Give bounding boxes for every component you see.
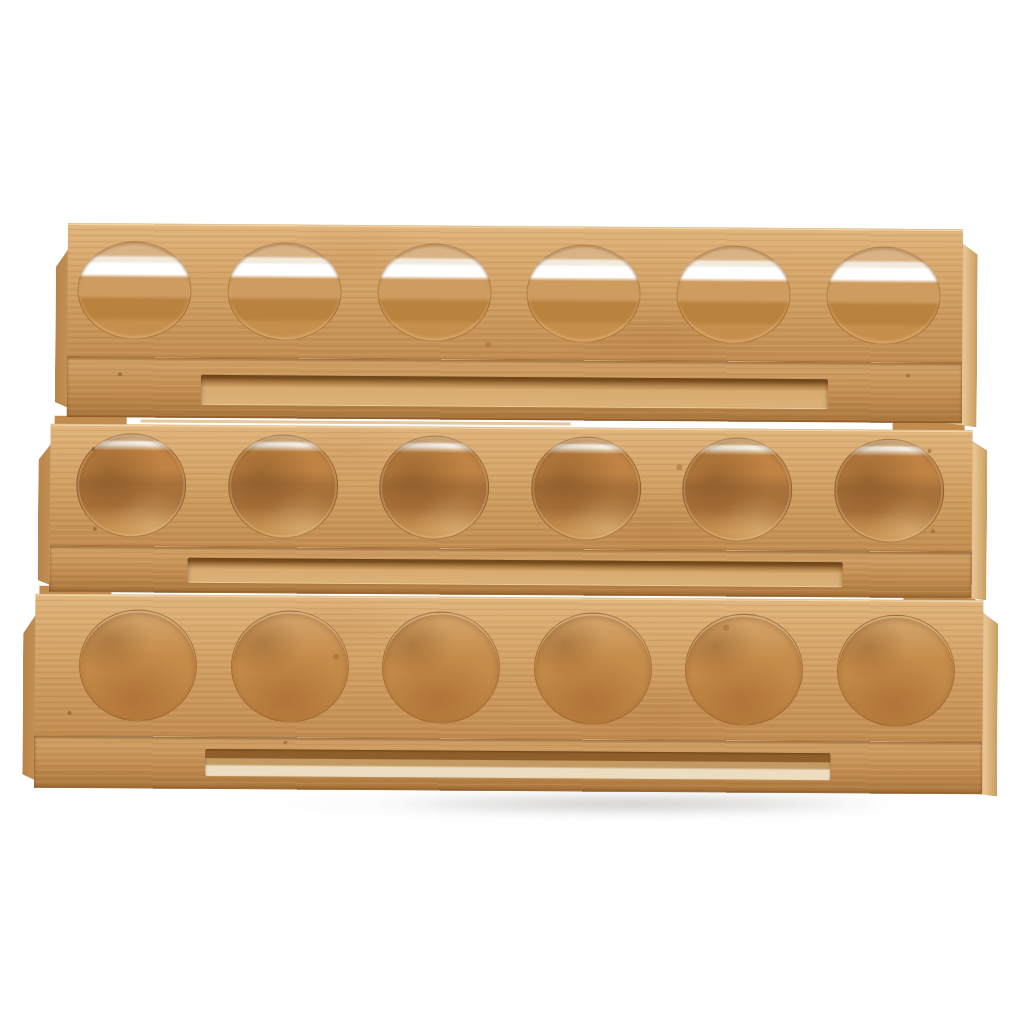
- bottle-hole-r1-c4: [527, 244, 642, 343]
- bottle-hole-r1-c6: [826, 246, 941, 345]
- tier-front-panel: [67, 357, 962, 423]
- front-slot-recess: [205, 749, 831, 780]
- tier-front-panel: [49, 546, 971, 598]
- tier-front-panel: [34, 736, 982, 795]
- bamboo-rack: [34, 223, 988, 810]
- front-slot-recess: [201, 375, 828, 409]
- bottle-hole-r3-c3: [382, 611, 501, 724]
- tier-front-bottom: [34, 594, 983, 795]
- tier-middle: [49, 424, 972, 598]
- pin-holes: [35, 594, 37, 596]
- bottle-hole-r1-c3: [377, 243, 492, 342]
- bottle-hole-r2-c3: [379, 435, 490, 540]
- bottle-hole-r1-c2: [227, 242, 342, 341]
- floor-shadow: [330, 794, 950, 814]
- bottle-hole-r1-c5: [676, 245, 791, 344]
- bottle-hole-r3-c6: [837, 614, 956, 727]
- bottle-hole-r2-c1: [76, 433, 187, 538]
- bottle-hole-r3-c5: [685, 613, 804, 726]
- bottle-hole-r1-c1: [77, 241, 192, 340]
- tier-top-surface: [50, 424, 973, 552]
- pin-holes: [68, 223, 70, 225]
- tier-top-surface: [34, 594, 983, 743]
- bottle-hole-r3-c2: [230, 610, 349, 723]
- bottle-hole-r2-c6: [834, 438, 945, 543]
- bottle-hole-r3-c1: [79, 609, 198, 722]
- tier-top-surface: [67, 223, 963, 363]
- bottle-hole-r2-c5: [682, 437, 793, 542]
- bottle-hole-r2-c4: [531, 436, 642, 541]
- pin-holes: [51, 424, 53, 426]
- bottle-hole-r3-c4: [533, 612, 652, 725]
- tier-back-top: [67, 223, 963, 423]
- bottle-hole-r2-c2: [227, 434, 338, 539]
- product-photo-stage: [0, 0, 1024, 1024]
- front-slot-recess: [188, 558, 843, 588]
